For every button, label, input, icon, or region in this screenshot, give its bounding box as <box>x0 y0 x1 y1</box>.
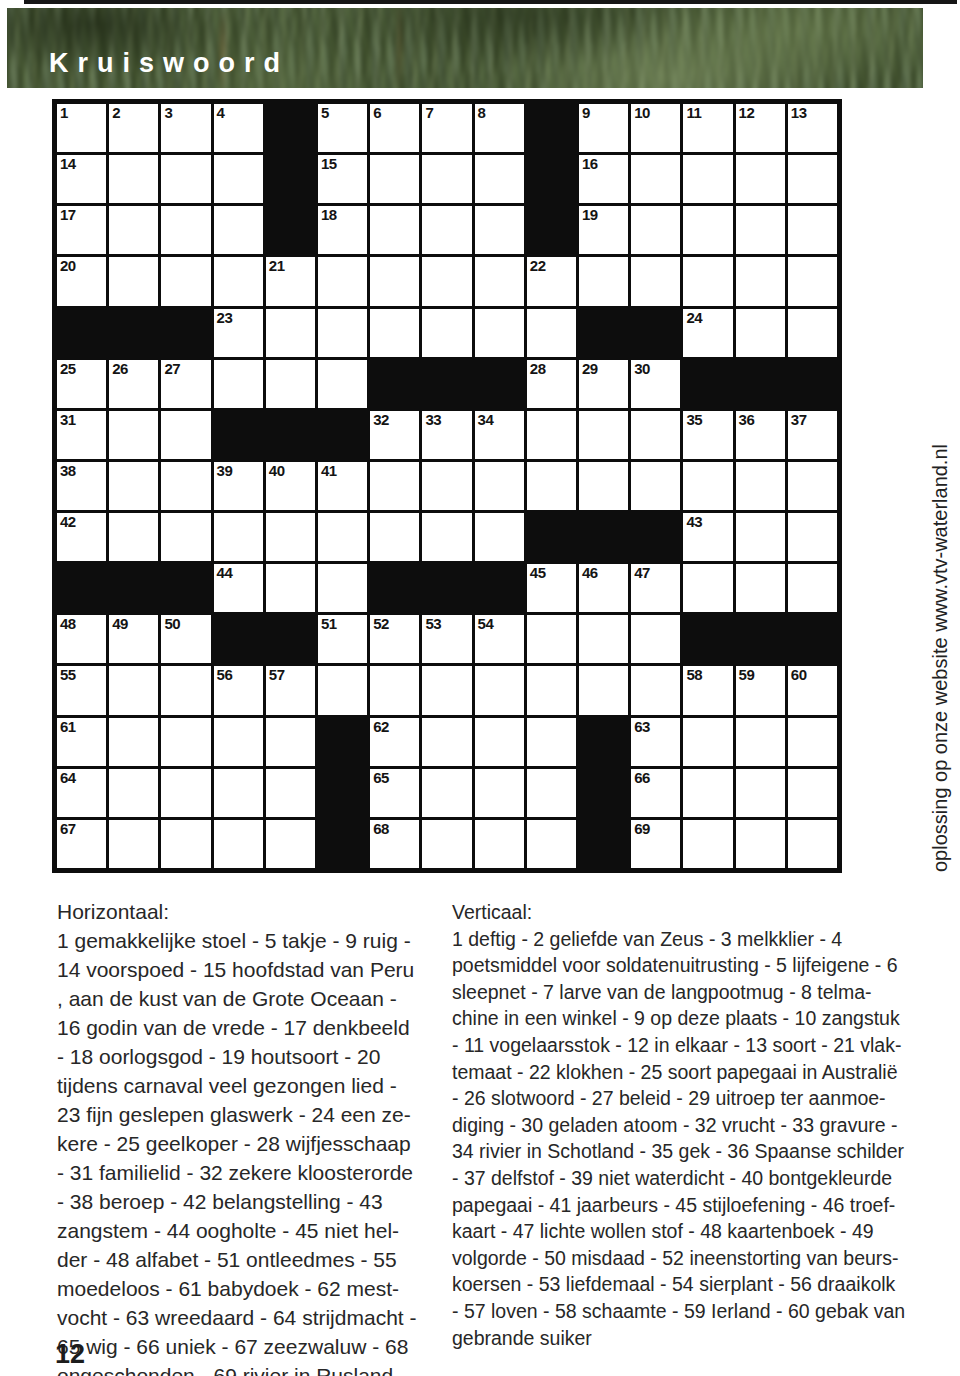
cell-r13c13[interactable] <box>683 718 732 766</box>
cell-r15c3[interactable] <box>161 820 210 868</box>
header-photo: Kruiswoord <box>7 8 923 88</box>
cell-r4c5[interactable]: 21 <box>266 257 315 305</box>
cell-r13c11 <box>579 718 628 766</box>
cell-r4c10[interactable]: 22 <box>527 257 576 305</box>
cell-r9c4[interactable] <box>214 513 263 561</box>
cell-r13c6 <box>318 718 367 766</box>
cell-r3c15[interactable] <box>788 206 837 254</box>
cell-r8c15[interactable] <box>788 462 837 510</box>
cell-r4c3[interactable] <box>161 257 210 305</box>
cell-r7c6 <box>318 411 367 459</box>
cell-r3c9[interactable] <box>475 206 524 254</box>
clue-number: 57 <box>269 667 285 684</box>
clue-number: 15 <box>321 156 337 173</box>
clue-number: 25 <box>60 361 76 378</box>
cell-r2c3[interactable] <box>161 155 210 203</box>
cell-r14c5[interactable] <box>266 769 315 817</box>
cell-r15c14[interactable] <box>736 820 785 868</box>
cell-r10c10[interactable]: 45 <box>527 564 576 612</box>
cell-r7c9[interactable]: 34 <box>475 411 524 459</box>
cell-r13c1[interactable]: 61 <box>57 718 106 766</box>
clue-number: 69 <box>634 821 650 838</box>
cell-r14c4[interactable] <box>214 769 263 817</box>
cell-r2c12[interactable] <box>631 155 680 203</box>
cell-r8c8[interactable] <box>422 462 471 510</box>
clue-number: 59 <box>739 667 755 684</box>
cell-r11c9[interactable]: 54 <box>475 615 524 663</box>
cell-r3c8[interactable] <box>422 206 471 254</box>
clue-line: kere - 25 geelkoper - 28 wijfjesschaap <box>57 1129 416 1158</box>
cell-r12c3[interactable] <box>161 666 210 714</box>
clue-number: 28 <box>530 361 546 378</box>
cell-r13c9[interactable] <box>475 718 524 766</box>
cell-r1c15[interactable]: 13 <box>788 104 837 152</box>
cell-r10c7 <box>370 564 419 612</box>
cell-r10c6[interactable] <box>318 564 367 612</box>
cell-r12c8[interactable] <box>422 666 471 714</box>
cell-r5c11 <box>579 309 628 357</box>
clue-number: 1 <box>60 105 68 122</box>
cell-r5c4[interactable]: 23 <box>214 309 263 357</box>
cell-r5c8[interactable] <box>422 309 471 357</box>
cell-r8c7[interactable] <box>370 462 419 510</box>
cell-r3c2[interactable] <box>109 206 158 254</box>
cell-r5c5[interactable] <box>266 309 315 357</box>
cell-r4c4[interactable] <box>214 257 263 305</box>
cell-r12c12[interactable] <box>631 666 680 714</box>
cell-r3c13[interactable] <box>683 206 732 254</box>
cell-r12c4[interactable]: 56 <box>214 666 263 714</box>
cell-r5c13[interactable]: 24 <box>683 309 732 357</box>
cell-r13c2[interactable] <box>109 718 158 766</box>
cell-r9c10 <box>527 513 576 561</box>
cell-r6c6[interactable] <box>318 360 367 408</box>
clue-line: - 26 slotwoord - 27 beleid - 29 uitroep … <box>452 1085 905 1112</box>
cell-r4c7[interactable] <box>370 257 419 305</box>
cell-r8c10[interactable] <box>527 462 576 510</box>
cell-r10c5[interactable] <box>266 564 315 612</box>
clue-line: kaart - 47 lichte wollen stof - 48 kaart… <box>452 1218 905 1245</box>
cell-r11c4 <box>214 615 263 663</box>
cell-r9c11 <box>579 513 628 561</box>
cell-r8c5[interactable]: 40 <box>266 462 315 510</box>
clue-number: 54 <box>478 616 494 633</box>
clue-number: 31 <box>60 412 76 429</box>
solution-note: oplossing op onze website www.vtv-waterl… <box>929 444 952 872</box>
cell-r6c12[interactable]: 30 <box>631 360 680 408</box>
cell-r7c5 <box>266 411 315 459</box>
clue-line: tijdens carnaval veel gezongen lied - <box>57 1071 416 1100</box>
cell-r15c8[interactable] <box>422 820 471 868</box>
clue-number: 42 <box>60 514 76 531</box>
cell-r12c10[interactable] <box>527 666 576 714</box>
cell-r14c13[interactable] <box>683 769 732 817</box>
clue-number: 16 <box>582 156 598 173</box>
cell-r2c1[interactable]: 14 <box>57 155 106 203</box>
cell-r3c7[interactable] <box>370 206 419 254</box>
cell-r13c14[interactable] <box>736 718 785 766</box>
cell-r9c7[interactable] <box>370 513 419 561</box>
cell-r11c6[interactable]: 51 <box>318 615 367 663</box>
cell-r9c8[interactable] <box>422 513 471 561</box>
crossword-grid: 1234567891011121314151617181920212223242… <box>52 99 842 873</box>
cell-r6c10[interactable]: 28 <box>527 360 576 408</box>
clue-line: diging - 30 geladen atoom - 32 vrucht - … <box>452 1112 905 1139</box>
cell-r10c4[interactable]: 44 <box>214 564 263 612</box>
clue-number: 23 <box>217 310 233 327</box>
cell-r8c6[interactable]: 41 <box>318 462 367 510</box>
clue-line: 23 fijn geslepen glaswerk - 24 een ze- <box>57 1100 416 1129</box>
cell-r2c9[interactable] <box>475 155 524 203</box>
cell-r2c5 <box>266 155 315 203</box>
cell-r9c5[interactable] <box>266 513 315 561</box>
cell-r4c12[interactable] <box>631 257 680 305</box>
cell-r15c6 <box>318 820 367 868</box>
cell-r9c13[interactable]: 43 <box>683 513 732 561</box>
cell-r6c4[interactable] <box>214 360 263 408</box>
cell-r2c4[interactable] <box>214 155 263 203</box>
cell-r10c3 <box>161 564 210 612</box>
cell-r7c15[interactable]: 37 <box>788 411 837 459</box>
cell-r14c10[interactable] <box>527 769 576 817</box>
cell-r4c1[interactable]: 20 <box>57 257 106 305</box>
cell-r4c6[interactable] <box>318 257 367 305</box>
cell-r5c12 <box>631 309 680 357</box>
cell-r13c12[interactable]: 63 <box>631 718 680 766</box>
cell-r11c11[interactable] <box>579 615 628 663</box>
cell-r12c1[interactable]: 55 <box>57 666 106 714</box>
clue-number: 27 <box>164 361 180 378</box>
page-edge-rule <box>24 0 957 4</box>
cell-r2c2[interactable] <box>109 155 158 203</box>
cell-r13c3[interactable] <box>161 718 210 766</box>
cell-r10c9 <box>475 564 524 612</box>
cell-r2c8[interactable] <box>422 155 471 203</box>
cell-r15c13[interactable] <box>683 820 732 868</box>
cell-r11c3[interactable]: 50 <box>161 615 210 663</box>
clue-number: 26 <box>112 361 128 378</box>
cell-r5c15[interactable] <box>788 309 837 357</box>
clue-number: 22 <box>530 258 546 275</box>
cell-r12c6[interactable] <box>318 666 367 714</box>
clue-number: 66 <box>634 770 650 787</box>
clue-line: volgorde - 50 misdaad - 52 ineenstorting… <box>452 1245 905 1272</box>
clue-number: 60 <box>791 667 807 684</box>
cell-r7c13[interactable]: 35 <box>683 411 732 459</box>
clue-number: 7 <box>425 105 433 122</box>
clue-line: - 37 delfstof - 39 niet waterdicht - 40 … <box>452 1165 905 1192</box>
clue-line: poetsmiddel voor soldatenuitrusting - 5 … <box>452 952 905 979</box>
cell-r1c8[interactable]: 7 <box>422 104 471 152</box>
cell-r1c14[interactable]: 12 <box>736 104 785 152</box>
cell-r8c11[interactable] <box>579 462 628 510</box>
cell-r7c3[interactable] <box>161 411 210 459</box>
cell-r6c11[interactable]: 29 <box>579 360 628 408</box>
cell-r14c7[interactable]: 65 <box>370 769 419 817</box>
cell-r6c7 <box>370 360 419 408</box>
clue-number: 56 <box>217 667 233 684</box>
cell-r2c7[interactable] <box>370 155 419 203</box>
cell-r3c11[interactable]: 19 <box>579 206 628 254</box>
cell-r8c2[interactable] <box>109 462 158 510</box>
cell-r1c13[interactable]: 11 <box>683 104 732 152</box>
clue-number: 10 <box>634 105 650 122</box>
page-number: 12 <box>55 1339 85 1370</box>
cell-r15c2[interactable] <box>109 820 158 868</box>
cell-r1c7[interactable]: 6 <box>370 104 419 152</box>
clue-number: 20 <box>60 258 76 275</box>
clue-line: papegaai - 41 jaarbeurs - 45 stijloefeni… <box>452 1192 905 1219</box>
clue-number: 13 <box>791 105 807 122</box>
clue-number: 6 <box>373 105 381 122</box>
cell-r13c15[interactable] <box>788 718 837 766</box>
cell-r7c4 <box>214 411 263 459</box>
clue-number: 46 <box>582 565 598 582</box>
cell-r9c6[interactable] <box>318 513 367 561</box>
cell-r4c13[interactable] <box>683 257 732 305</box>
cell-r8c14[interactable] <box>736 462 785 510</box>
clues-vertical-heading: Verticaal: <box>452 899 905 926</box>
cell-r1c1[interactable]: 1 <box>57 104 106 152</box>
cell-r3c1[interactable]: 17 <box>57 206 106 254</box>
cell-r9c2[interactable] <box>109 513 158 561</box>
cell-r11c5 <box>266 615 315 663</box>
cell-r5c3 <box>161 309 210 357</box>
cell-r14c1[interactable]: 64 <box>57 769 106 817</box>
cell-r10c15[interactable] <box>788 564 837 612</box>
clue-number: 67 <box>60 821 76 838</box>
cell-r5c7[interactable] <box>370 309 419 357</box>
cell-r7c12[interactable] <box>631 411 680 459</box>
cell-r9c1[interactable]: 42 <box>57 513 106 561</box>
cell-r11c12[interactable] <box>631 615 680 663</box>
cell-r6c1[interactable]: 25 <box>57 360 106 408</box>
cell-r8c1[interactable]: 38 <box>57 462 106 510</box>
cell-r1c3[interactable]: 3 <box>161 104 210 152</box>
cell-r9c3[interactable] <box>161 513 210 561</box>
clue-line: moedeloos - 61 babydoek - 62 mest- <box>57 1274 416 1303</box>
cell-r10c13[interactable] <box>683 564 732 612</box>
cell-r14c14[interactable] <box>736 769 785 817</box>
clue-line: der - 48 alfabet - 51 ontleedmes - 55 <box>57 1245 416 1274</box>
cell-r4c2[interactable] <box>109 257 158 305</box>
cell-r13c8[interactable] <box>422 718 471 766</box>
cell-r1c11[interactable]: 9 <box>579 104 628 152</box>
cell-r11c2[interactable]: 49 <box>109 615 158 663</box>
cell-r10c14[interactable] <box>736 564 785 612</box>
cell-r13c10[interactable] <box>527 718 576 766</box>
cell-r5c10[interactable] <box>527 309 576 357</box>
cell-r14c12[interactable]: 66 <box>631 769 680 817</box>
cell-r14c15[interactable] <box>788 769 837 817</box>
cell-r2c6[interactable]: 15 <box>318 155 367 203</box>
cell-r7c14[interactable]: 36 <box>736 411 785 459</box>
cell-r8c9[interactable] <box>475 462 524 510</box>
clue-line: ongeschonden - 69 rivier in Rusland <box>57 1361 416 1376</box>
cell-r14c6 <box>318 769 367 817</box>
clue-number: 68 <box>373 821 389 838</box>
cell-r1c6[interactable]: 5 <box>318 104 367 152</box>
cell-r15c15[interactable] <box>788 820 837 868</box>
clue-line: - 57 loven - 58 schaamte - 59 Ierland - … <box>452 1298 905 1325</box>
cell-r15c12[interactable]: 69 <box>631 820 680 868</box>
cell-r8c4[interactable]: 39 <box>214 462 263 510</box>
cell-r5c9[interactable] <box>475 309 524 357</box>
cell-r6c14 <box>736 360 785 408</box>
clue-line: 65 wig - 66 uniek - 67 zeezwaluw - 68 <box>57 1332 416 1361</box>
cell-r12c15[interactable]: 60 <box>788 666 837 714</box>
cell-r11c1[interactable]: 48 <box>57 615 106 663</box>
cell-r6c3[interactable]: 27 <box>161 360 210 408</box>
cell-r3c12[interactable] <box>631 206 680 254</box>
cell-r1c12[interactable]: 10 <box>631 104 680 152</box>
cell-r14c3[interactable] <box>161 769 210 817</box>
clue-line: - 38 beroep - 42 belangstelling - 43 <box>57 1187 416 1216</box>
cell-r12c13[interactable]: 58 <box>683 666 732 714</box>
clue-number: 24 <box>686 310 702 327</box>
cell-r8c13[interactable] <box>683 462 732 510</box>
cell-r2c13[interactable] <box>683 155 732 203</box>
cell-r3c14[interactable] <box>736 206 785 254</box>
cell-r12c2[interactable] <box>109 666 158 714</box>
cell-r14c8[interactable] <box>422 769 471 817</box>
cell-r6c2[interactable]: 26 <box>109 360 158 408</box>
clue-line: - 31 familielid - 32 zekere kloosterorde <box>57 1158 416 1187</box>
cell-r12c11[interactable] <box>579 666 628 714</box>
cell-r2c15[interactable] <box>788 155 837 203</box>
clues-vertical: Verticaal: 1 deftig - 2 geliefde van Zeu… <box>452 899 905 1351</box>
cell-r5c1 <box>57 309 106 357</box>
clue-number: 29 <box>582 361 598 378</box>
cell-r13c4[interactable] <box>214 718 263 766</box>
cell-r2c11[interactable]: 16 <box>579 155 628 203</box>
clue-number: 51 <box>321 616 337 633</box>
clue-number: 12 <box>739 105 755 122</box>
cell-r15c5[interactable] <box>266 820 315 868</box>
cell-r8c3[interactable] <box>161 462 210 510</box>
cell-r3c10 <box>527 206 576 254</box>
cell-r11c10[interactable] <box>527 615 576 663</box>
cell-r14c9[interactable] <box>475 769 524 817</box>
cell-r15c10[interactable] <box>527 820 576 868</box>
cell-r3c6[interactable]: 18 <box>318 206 367 254</box>
cell-r5c14[interactable] <box>736 309 785 357</box>
cell-r6c5[interactable] <box>266 360 315 408</box>
cell-r1c4[interactable]: 4 <box>214 104 263 152</box>
cell-r13c5[interactable] <box>266 718 315 766</box>
cell-r7c2[interactable] <box>109 411 158 459</box>
cell-r10c11[interactable]: 46 <box>579 564 628 612</box>
cell-r6c9 <box>475 360 524 408</box>
clue-line: vocht - 63 wreedaard - 64 strijdmacht - <box>57 1303 416 1332</box>
clue-line: 1 gemakkelijke stoel - 5 takje - 9 ruig … <box>57 926 416 955</box>
cell-r4c11[interactable] <box>579 257 628 305</box>
cell-r5c6[interactable] <box>318 309 367 357</box>
clues-horizontal: Horizontaal: 1 gemakkelijke stoel - 5 ta… <box>57 897 416 1376</box>
cell-r11c13 <box>683 615 732 663</box>
cell-r3c3[interactable] <box>161 206 210 254</box>
clue-number: 63 <box>634 719 650 736</box>
cell-r10c12[interactable]: 47 <box>631 564 680 612</box>
clue-number: 35 <box>686 412 702 429</box>
cell-r7c10[interactable] <box>527 411 576 459</box>
cell-r12c9[interactable] <box>475 666 524 714</box>
cell-r11c8[interactable]: 53 <box>422 615 471 663</box>
cell-r15c7[interactable]: 68 <box>370 820 419 868</box>
clue-number: 44 <box>217 565 233 582</box>
cell-r12c7[interactable] <box>370 666 419 714</box>
clue-number: 58 <box>686 667 702 684</box>
cell-r6c15 <box>788 360 837 408</box>
cell-r9c14[interactable] <box>736 513 785 561</box>
clues-vertical-lines: 1 deftig - 2 geliefde van Zeus - 3 melkk… <box>452 926 905 1352</box>
cell-r2c10 <box>527 155 576 203</box>
cell-r12c5[interactable]: 57 <box>266 666 315 714</box>
clue-number: 62 <box>373 719 389 736</box>
cell-r4c9[interactable] <box>475 257 524 305</box>
clue-number: 17 <box>60 207 76 224</box>
clues-horizontal-heading: Horizontaal: <box>57 897 416 926</box>
cell-r7c1[interactable]: 31 <box>57 411 106 459</box>
cell-r15c4[interactable] <box>214 820 263 868</box>
cell-r11c7[interactable]: 52 <box>370 615 419 663</box>
cell-r6c8 <box>422 360 471 408</box>
cell-r3c4[interactable] <box>214 206 263 254</box>
cell-r7c8[interactable]: 33 <box>422 411 471 459</box>
clue-line: - 18 oorlogsgod - 19 houtsoort - 20 <box>57 1042 416 1071</box>
clue-number: 9 <box>582 105 590 122</box>
clue-number: 5 <box>321 105 329 122</box>
clue-number: 3 <box>164 105 172 122</box>
cell-r1c5 <box>266 104 315 152</box>
cell-r15c1[interactable]: 67 <box>57 820 106 868</box>
cell-r12c14[interactable]: 59 <box>736 666 785 714</box>
clue-number: 11 <box>686 105 701 122</box>
clue-number: 38 <box>60 463 76 480</box>
clue-number: 61 <box>60 719 76 736</box>
cell-r4c15[interactable] <box>788 257 837 305</box>
cell-r13c7[interactable]: 62 <box>370 718 419 766</box>
clue-number: 50 <box>164 616 180 633</box>
clue-line: koersen - 53 liefdemaal - 54 sierplant -… <box>452 1271 905 1298</box>
clue-number: 8 <box>478 105 486 122</box>
clue-number: 21 <box>269 258 285 275</box>
clue-line: sleepnet - 7 larve van de langpootmug - … <box>452 979 905 1006</box>
cell-r9c12 <box>631 513 680 561</box>
cell-r2c14[interactable] <box>736 155 785 203</box>
cell-r1c9[interactable]: 8 <box>475 104 524 152</box>
clue-line: temaat - 22 klokhen - 25 soort papegaai … <box>452 1059 905 1086</box>
cell-r7c11[interactable] <box>579 411 628 459</box>
cell-r9c9[interactable] <box>475 513 524 561</box>
clue-line: 14 voorspoed - 15 hoofdstad van Peru <box>57 955 416 984</box>
cell-r10c1 <box>57 564 106 612</box>
clue-line: - 11 vogelaarsstok - 12 in elkaar - 13 s… <box>452 1032 905 1059</box>
clue-line: , aan de kust van de Grote Oceaan - <box>57 984 416 1013</box>
cell-r15c9[interactable] <box>475 820 524 868</box>
cell-r10c2 <box>109 564 158 612</box>
cell-r14c2[interactable] <box>109 769 158 817</box>
cell-r4c14[interactable] <box>736 257 785 305</box>
cell-r1c2[interactable]: 2 <box>109 104 158 152</box>
cell-r7c7[interactable]: 32 <box>370 411 419 459</box>
cell-r1c10 <box>527 104 576 152</box>
clues-horizontal-lines: 1 gemakkelijke stoel - 5 takje - 9 ruig … <box>57 926 416 1376</box>
cell-r8c12[interactable] <box>631 462 680 510</box>
clue-number: 53 <box>425 616 441 633</box>
cell-r9c15[interactable] <box>788 513 837 561</box>
cell-r4c8[interactable] <box>422 257 471 305</box>
